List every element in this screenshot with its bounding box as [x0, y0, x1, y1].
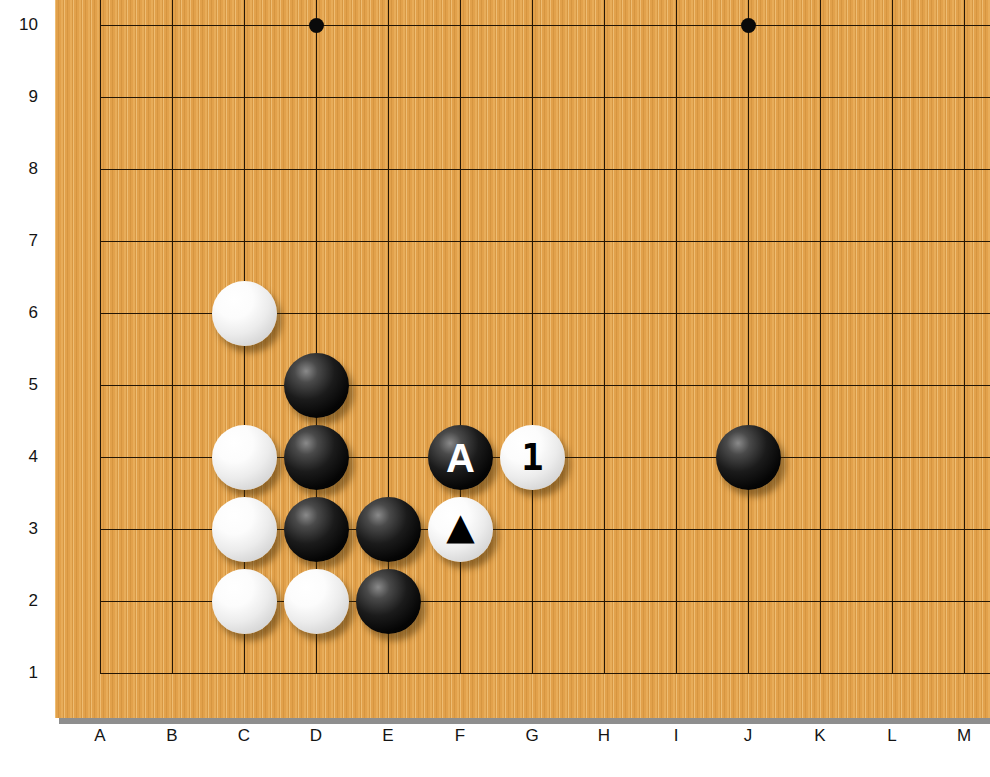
stone-white-C2: [212, 569, 277, 634]
row-label-2: 2: [0, 590, 38, 612]
column-label-D: D: [296, 725, 336, 747]
grid-line-vertical-A: [100, 0, 101, 674]
row-label-10: 10: [0, 14, 38, 36]
column-label-K: K: [800, 725, 840, 747]
row-label-7: 7: [0, 230, 38, 252]
grid-line-vertical-G: [532, 0, 533, 674]
stone-white-F3: ▲: [428, 497, 493, 562]
grid-line-horizontal-1: [100, 673, 990, 674]
column-label-H: H: [584, 725, 624, 747]
row-label-1: 1: [0, 662, 38, 684]
row-label-8: 8: [0, 158, 38, 180]
grid-line-vertical-L: [892, 0, 893, 674]
row-label-5: 5: [0, 374, 38, 396]
grid-line-horizontal-8: [100, 169, 990, 170]
star-point-J10: [741, 18, 756, 33]
grid-line-vertical-I: [676, 0, 677, 674]
stone-black-E2: [356, 569, 421, 634]
grid-line-vertical-H: [604, 0, 605, 674]
grid-line-vertical-K: [820, 0, 821, 674]
row-label-6: 6: [0, 302, 38, 324]
grid-line-horizontal-7: [100, 241, 990, 242]
column-label-J: J: [728, 725, 768, 747]
stone-black-J4: [716, 425, 781, 490]
star-point-D10: [309, 18, 324, 33]
stone-white-C6: [212, 281, 277, 346]
grid-line-vertical-M: [964, 0, 965, 674]
stone-white-G4: 1: [500, 425, 565, 490]
go-board[interactable]: A1▲: [55, 0, 990, 718]
column-label-L: L: [872, 725, 912, 747]
column-label-F: F: [440, 725, 480, 747]
column-label-G: G: [512, 725, 552, 747]
go-diagram: A1▲ 10987654321ABCDEFGHIJKLM: [0, 0, 990, 777]
grid-line-vertical-B: [172, 0, 173, 674]
column-label-E: E: [368, 725, 408, 747]
triangle-mark-icon: ▲: [446, 508, 474, 545]
grid-line-horizontal-9: [100, 97, 990, 98]
stone-black-D5: [284, 353, 349, 418]
grid-line-horizontal-10: [100, 25, 990, 26]
column-label-B: B: [152, 725, 192, 747]
column-label-I: I: [656, 725, 696, 747]
board-shadow: [59, 718, 990, 724]
grid-line-horizontal-5: [100, 385, 990, 386]
grid-line-vertical-F: [460, 0, 461, 674]
stone-black-F4: A: [428, 425, 493, 490]
stone-label-A: A: [446, 438, 475, 478]
stone-black-E3: [356, 497, 421, 562]
column-label-A: A: [80, 725, 120, 747]
stone-label-1: 1: [521, 439, 543, 476]
row-label-4: 4: [0, 446, 38, 468]
stone-white-C4: [212, 425, 277, 490]
column-label-M: M: [944, 725, 984, 747]
stone-white-C3: [212, 497, 277, 562]
row-label-3: 3: [0, 518, 38, 540]
stone-black-D4: [284, 425, 349, 490]
grid-line-vertical-J: [748, 0, 749, 674]
column-label-C: C: [224, 725, 264, 747]
row-label-9: 9: [0, 86, 38, 108]
stone-black-D3: [284, 497, 349, 562]
stone-white-D2: [284, 569, 349, 634]
